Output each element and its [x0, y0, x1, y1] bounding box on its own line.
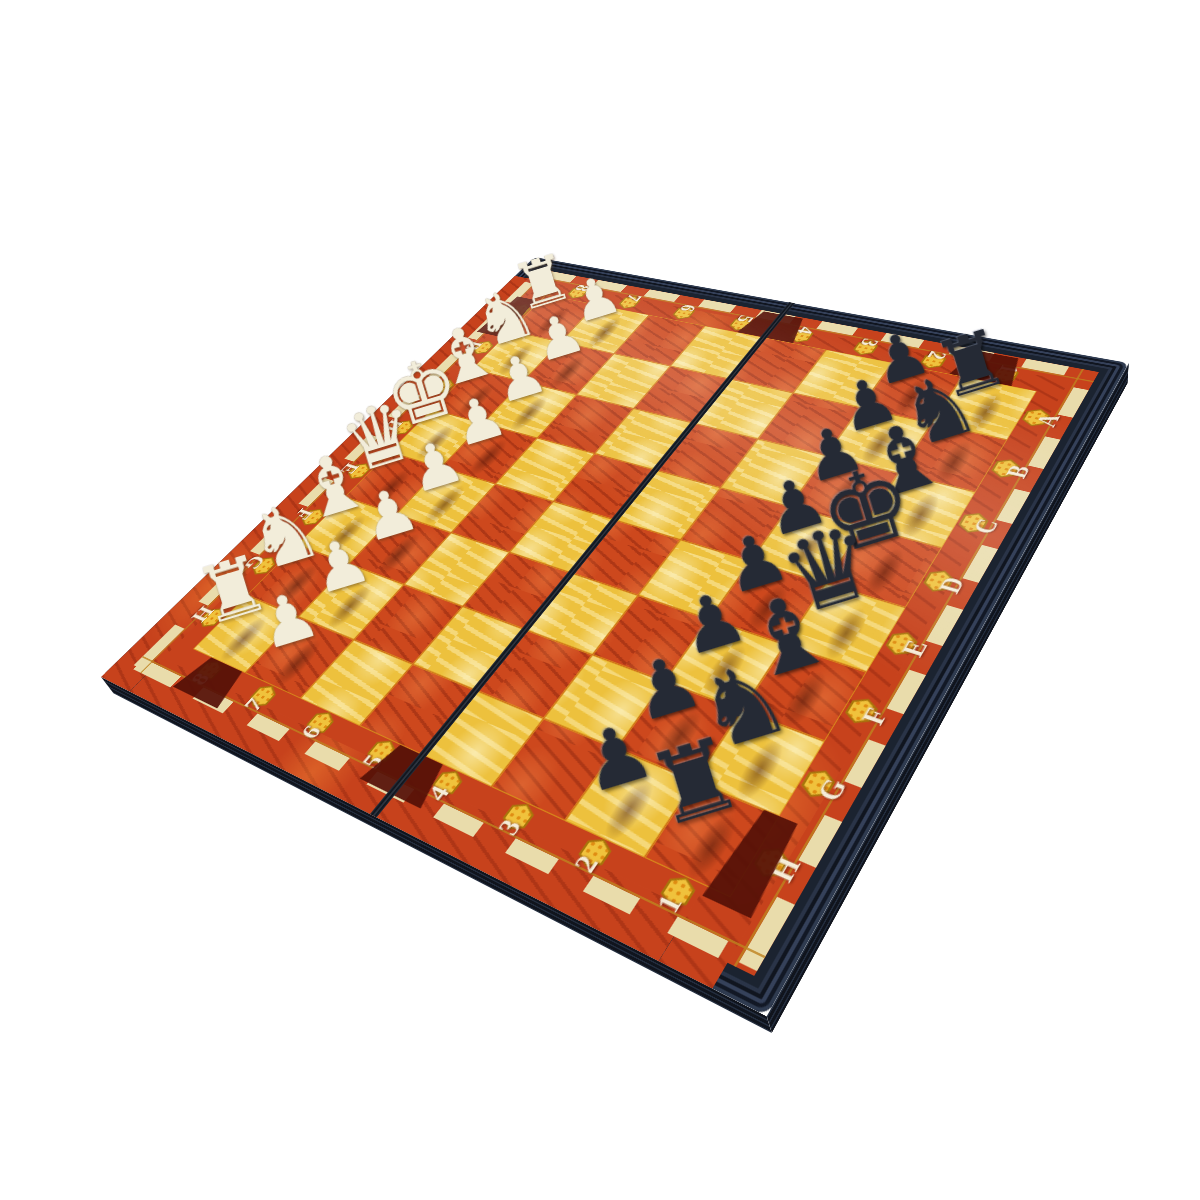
board-perspective-wrap: HH88GG77FF66EE55DD44CC33BB22AA11♜♞♝♛♚♝♞♜… [141, 46, 1090, 995]
chess-board: HH88GG77FF66EE55DD44CC33BB22AA11♜♞♝♛♚♝♞♜… [101, 257, 1129, 1016]
product-photo-scene: HH88GG77FF66EE55DD44CC33BB22AA11♜♞♝♛♚♝♞♜… [0, 0, 1200, 1200]
